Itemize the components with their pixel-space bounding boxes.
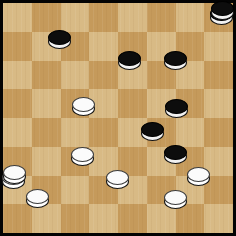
piece-black-b7[interactable] (48, 30, 71, 50)
checkers-board: checkers (0, 0, 236, 236)
pieces-layer (0, 0, 236, 236)
piece-white-c5[interactable] (72, 97, 95, 117)
piece-black-e7[interactable] (118, 51, 141, 71)
piece-white-king-a2[interactable] (3, 165, 26, 191)
piece-black-g7[interactable] (164, 51, 187, 71)
piece-black-f4[interactable] (141, 122, 164, 142)
piece-white-b2[interactable] (26, 189, 49, 209)
piece-black-g3[interactable] (164, 145, 187, 165)
piece-black-g5[interactable] (165, 99, 188, 119)
piece-white-d2[interactable] (106, 170, 129, 190)
piece-white-g2[interactable] (187, 167, 210, 187)
piece-white-c3[interactable] (71, 147, 94, 167)
piece-black-king-h8[interactable] (211, 1, 234, 27)
piece-white-f2[interactable] (164, 190, 187, 210)
